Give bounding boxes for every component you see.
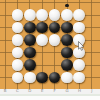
board-intersection[interactable] [61, 21, 73, 34]
white-stone[interactable] [12, 72, 24, 84]
board-intersection[interactable] [24, 0, 36, 9]
white-stone[interactable] [49, 9, 61, 21]
white-stone[interactable] [12, 34, 24, 46]
mouse-cursor-icon [78, 36, 85, 46]
board-intersection[interactable] [11, 71, 23, 84]
white-stone[interactable] [49, 34, 61, 46]
board-intersection[interactable] [24, 21, 36, 34]
black-stone[interactable] [49, 72, 61, 84]
board-intersection[interactable] [73, 21, 85, 34]
board-intersection[interactable] [48, 59, 60, 72]
board-intersection[interactable] [36, 0, 48, 9]
black-stone[interactable] [24, 59, 36, 71]
board-intersection[interactable] [86, 21, 98, 34]
board-intersection[interactable] [0, 71, 11, 84]
board-intersection[interactable] [48, 21, 60, 34]
white-stone[interactable] [73, 22, 85, 34]
board-intersection[interactable] [61, 9, 73, 22]
white-stone[interactable] [36, 34, 48, 46]
board-intersection[interactable] [86, 34, 98, 47]
board-intersection[interactable] [0, 9, 11, 22]
board-intersection[interactable] [11, 9, 23, 22]
black-stone[interactable] [61, 22, 73, 34]
white-stone[interactable] [61, 9, 73, 21]
board-intersection[interactable] [86, 46, 98, 59]
board-intersection[interactable] [11, 34, 23, 47]
white-stone[interactable] [36, 9, 48, 21]
board-intersection[interactable] [73, 71, 85, 84]
board-intersection[interactable] [0, 46, 11, 59]
board-intersection[interactable] [86, 9, 98, 22]
board-intersection[interactable] [86, 71, 98, 84]
board-intersection[interactable] [73, 9, 85, 22]
board-intersection[interactable] [36, 34, 48, 47]
board-intersection[interactable] [48, 0, 60, 9]
board-intersection[interactable] [61, 34, 73, 47]
board-intersection[interactable] [61, 46, 73, 59]
black-stone[interactable] [24, 34, 36, 46]
board-intersection[interactable] [36, 59, 48, 72]
board-intersection[interactable] [0, 59, 11, 72]
board-intersection[interactable] [36, 46, 48, 59]
board-intersection[interactable] [36, 71, 48, 84]
board-intersection[interactable] [86, 59, 98, 72]
board-intersection[interactable] [61, 0, 73, 9]
board-intersection[interactable] [86, 0, 98, 9]
white-stone[interactable] [73, 9, 85, 21]
board-intersection[interactable] [73, 59, 85, 72]
white-stone[interactable] [61, 72, 73, 84]
board-intersection[interactable] [11, 59, 23, 72]
board-intersection[interactable] [48, 9, 60, 22]
board-intersection[interactable] [11, 0, 23, 9]
board-intersection[interactable] [48, 71, 60, 84]
board-intersection[interactable] [36, 9, 48, 22]
board-intersection[interactable] [24, 46, 36, 59]
board-intersection[interactable] [24, 71, 36, 84]
board-intersection[interactable] [36, 21, 48, 34]
white-stone[interactable] [12, 47, 24, 59]
black-stone[interactable] [24, 47, 36, 59]
board-intersection[interactable] [0, 21, 11, 34]
board-intersection[interactable] [48, 34, 60, 47]
board-intersection[interactable] [11, 46, 23, 59]
board-intersection[interactable] [73, 0, 85, 9]
board-intersection[interactable] [24, 9, 36, 22]
black-stone[interactable] [61, 34, 73, 46]
board-intersection[interactable] [0, 34, 11, 47]
black-stone[interactable] [61, 59, 73, 71]
black-stone[interactable] [36, 72, 48, 84]
board-intersection[interactable] [61, 59, 73, 72]
black-stone[interactable] [61, 47, 73, 59]
black-stone[interactable] [36, 22, 48, 34]
white-stone[interactable] [73, 59, 85, 71]
white-stone[interactable] [12, 9, 24, 21]
board-intersection[interactable] [0, 0, 11, 9]
board-intersection[interactable] [24, 34, 36, 47]
white-stone[interactable] [24, 72, 36, 84]
board-intersection[interactable] [24, 59, 36, 72]
white-stone[interactable] [73, 72, 85, 84]
board-intersection[interactable] [48, 46, 60, 59]
go-board[interactable] [0, 0, 100, 89]
white-stone[interactable] [12, 22, 24, 34]
white-stone[interactable] [12, 59, 24, 71]
page-background [0, 96, 100, 100]
black-stone[interactable] [49, 22, 61, 34]
board-intersection[interactable] [61, 71, 73, 84]
board-intersection[interactable] [11, 21, 23, 34]
go-app-screen: BCDEFGHJ [0, 0, 100, 100]
black-stone[interactable] [24, 22, 36, 34]
white-stone[interactable] [24, 9, 36, 21]
